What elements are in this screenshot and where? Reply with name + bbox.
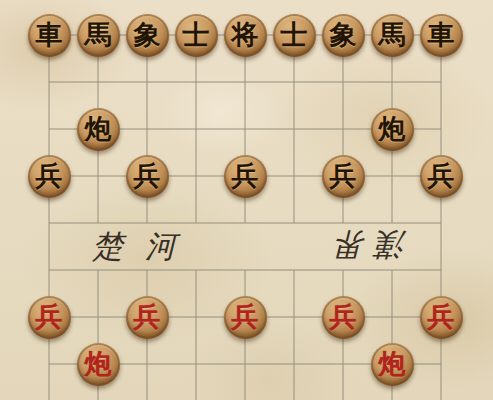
- piece-red-soldier[interactable]: 兵: [126, 296, 169, 339]
- piece-black-soldier[interactable]: 兵: [126, 155, 169, 198]
- piece-layer: 車馬象士将士象馬車炮炮兵兵兵兵兵兵兵兵兵兵炮炮: [25, 12, 466, 400]
- piece-glyph: 兵: [428, 162, 455, 189]
- piece-glyph: 兵: [36, 303, 63, 330]
- intersection-r0-c5: 士: [270, 12, 319, 59]
- piece-black-advisor[interactable]: 士: [273, 14, 316, 57]
- intersection-r0-c7: 馬: [368, 12, 417, 59]
- intersection-r7-c1: 炮: [74, 341, 123, 388]
- intersection-r0-c2: 象: [123, 12, 172, 59]
- piece-red-soldier[interactable]: 兵: [322, 296, 365, 339]
- intersection-r6-c4: 兵: [221, 294, 270, 341]
- piece-glyph: 兵: [428, 303, 455, 330]
- piece-glyph: 車: [36, 21, 63, 48]
- piece-glyph: 兵: [330, 303, 357, 330]
- xiangqi-board: 車馬象士将士象馬車炮炮兵兵兵兵兵兵兵兵兵兵炮炮 楚河 漢界: [0, 0, 493, 400]
- piece-glyph: 象: [134, 21, 161, 48]
- piece-glyph: 兵: [134, 303, 161, 330]
- piece-black-advisor[interactable]: 士: [175, 14, 218, 57]
- piece-red-cannon[interactable]: 炮: [77, 343, 120, 386]
- piece-glyph: 兵: [36, 162, 63, 189]
- piece-black-cannon[interactable]: 炮: [77, 108, 120, 151]
- intersection-r0-c4: 将: [221, 12, 270, 59]
- intersection-r0-c3: 士: [172, 12, 221, 59]
- piece-black-chariot[interactable]: 車: [420, 14, 463, 57]
- intersection-r2-c7: 炮: [368, 106, 417, 153]
- piece-glyph: 兵: [330, 162, 357, 189]
- intersection-r6-c0: 兵: [25, 294, 74, 341]
- piece-glyph: 炮: [379, 350, 406, 377]
- piece-glyph: 兵: [134, 162, 161, 189]
- piece-glyph: 士: [183, 21, 210, 48]
- intersection-r0-c6: 象: [319, 12, 368, 59]
- piece-glyph: 兵: [232, 162, 259, 189]
- intersection-r3-c4: 兵: [221, 153, 270, 200]
- intersection-r6-c2: 兵: [123, 294, 172, 341]
- intersection-r0-c0: 車: [25, 12, 74, 59]
- intersection-r3-c0: 兵: [25, 153, 74, 200]
- piece-red-soldier[interactable]: 兵: [224, 296, 267, 339]
- intersection-r0-c1: 馬: [74, 12, 123, 59]
- piece-black-soldier[interactable]: 兵: [224, 155, 267, 198]
- river-label-chu-he: 楚河: [92, 231, 198, 262]
- piece-glyph: 馬: [379, 21, 406, 48]
- piece-black-general[interactable]: 将: [224, 14, 267, 57]
- intersection-r3-c8: 兵: [417, 153, 466, 200]
- piece-glyph: 兵: [232, 303, 259, 330]
- piece-glyph: 象: [330, 21, 357, 48]
- piece-glyph: 炮: [85, 115, 112, 142]
- intersection-r0-c8: 車: [417, 12, 466, 59]
- intersection-r6-c8: 兵: [417, 294, 466, 341]
- piece-red-soldier[interactable]: 兵: [28, 296, 71, 339]
- piece-black-horse[interactable]: 馬: [371, 14, 414, 57]
- piece-black-horse[interactable]: 馬: [77, 14, 120, 57]
- piece-black-chariot[interactable]: 車: [28, 14, 71, 57]
- piece-glyph: 将: [232, 21, 259, 48]
- piece-black-elephant[interactable]: 象: [126, 14, 169, 57]
- piece-red-soldier[interactable]: 兵: [420, 296, 463, 339]
- intersection-r6-c6: 兵: [319, 294, 368, 341]
- piece-black-elephant[interactable]: 象: [322, 14, 365, 57]
- piece-black-cannon[interactable]: 炮: [371, 108, 414, 151]
- river-label-han-jie: 漢界: [327, 229, 407, 260]
- piece-glyph: 車: [428, 21, 455, 48]
- piece-glyph: 炮: [379, 115, 406, 142]
- intersection-r7-c7: 炮: [368, 341, 417, 388]
- intersection-r3-c6: 兵: [319, 153, 368, 200]
- piece-black-soldier[interactable]: 兵: [420, 155, 463, 198]
- intersection-r2-c1: 炮: [74, 106, 123, 153]
- piece-red-cannon[interactable]: 炮: [371, 343, 414, 386]
- piece-black-soldier[interactable]: 兵: [28, 155, 71, 198]
- piece-black-soldier[interactable]: 兵: [322, 155, 365, 198]
- piece-glyph: 炮: [85, 350, 112, 377]
- intersection-r3-c2: 兵: [123, 153, 172, 200]
- piece-glyph: 馬: [85, 21, 112, 48]
- piece-glyph: 士: [281, 21, 308, 48]
